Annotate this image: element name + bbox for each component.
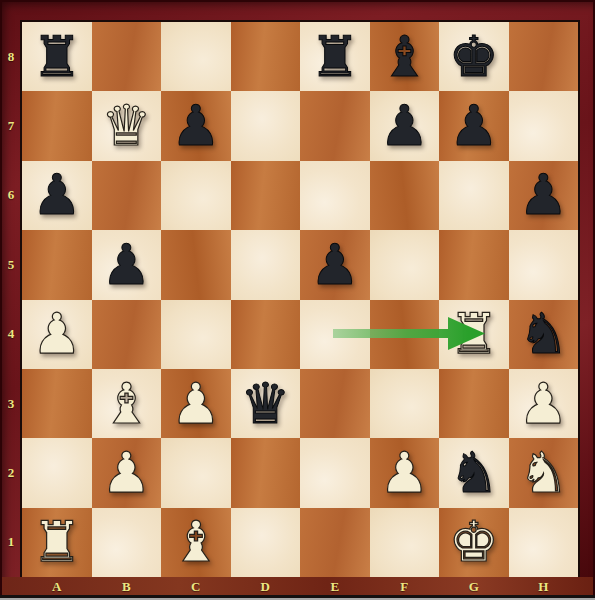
square-h5[interactable] bbox=[509, 230, 579, 299]
board-border: ♜♜♝♚♛♟♟♟♟♟♟♟♟♜♞♝♟♛♟♟♟♞♞♜♝♚ bbox=[22, 22, 578, 577]
piece-white-rook-g4: ♜ bbox=[449, 306, 499, 362]
square-h7[interactable] bbox=[509, 91, 579, 160]
square-b3[interactable]: ♝ bbox=[92, 369, 162, 438]
square-e3[interactable] bbox=[300, 369, 370, 438]
square-g3[interactable] bbox=[439, 369, 509, 438]
square-h4[interactable]: ♞ bbox=[509, 300, 579, 369]
square-e6[interactable] bbox=[300, 161, 370, 230]
square-f2[interactable]: ♟ bbox=[370, 438, 440, 507]
piece-white-pawn-h3: ♟ bbox=[518, 376, 568, 432]
file-label-g: G bbox=[439, 578, 509, 595]
square-a8[interactable]: ♜ bbox=[22, 22, 92, 91]
square-c1[interactable]: ♝ bbox=[161, 508, 231, 577]
square-b7[interactable]: ♛ bbox=[92, 91, 162, 160]
chess-diagram-frame: ♜♜♝♚♛♟♟♟♟♟♟♟♟♜♞♝♟♛♟♟♟♞♞♜♝♚ 87654321 ABCD… bbox=[0, 0, 595, 600]
piece-black-pawn-h6: ♟ bbox=[518, 167, 568, 223]
square-a5[interactable] bbox=[22, 230, 92, 299]
square-f3[interactable] bbox=[370, 369, 440, 438]
piece-white-knight-h2: ♞ bbox=[518, 445, 568, 501]
piece-white-pawn-a4: ♟ bbox=[32, 306, 82, 362]
piece-black-bishop-f8: ♝ bbox=[379, 29, 429, 85]
square-b6[interactable] bbox=[92, 161, 162, 230]
square-c5[interactable] bbox=[161, 230, 231, 299]
square-e2[interactable] bbox=[300, 438, 370, 507]
piece-black-pawn-a6: ♟ bbox=[32, 167, 82, 223]
square-f6[interactable] bbox=[370, 161, 440, 230]
rank-label-4: 4 bbox=[0, 300, 22, 369]
file-label-f: F bbox=[370, 578, 440, 595]
square-h1[interactable] bbox=[509, 508, 579, 577]
square-a3[interactable] bbox=[22, 369, 92, 438]
piece-white-king-g1: ♚ bbox=[449, 514, 499, 570]
file-label-c: C bbox=[161, 578, 231, 595]
square-e4[interactable] bbox=[300, 300, 370, 369]
square-c6[interactable] bbox=[161, 161, 231, 230]
rank-label-5: 5 bbox=[0, 230, 22, 299]
piece-white-pawn-f2: ♟ bbox=[379, 445, 429, 501]
square-b4[interactable] bbox=[92, 300, 162, 369]
rank-label-8: 8 bbox=[0, 22, 22, 91]
piece-white-bishop-c1: ♝ bbox=[171, 514, 221, 570]
piece-black-queen-d3: ♛ bbox=[240, 376, 290, 432]
square-d3[interactable]: ♛ bbox=[231, 369, 301, 438]
square-b8[interactable] bbox=[92, 22, 162, 91]
file-label-b: B bbox=[92, 578, 162, 595]
square-g8[interactable]: ♚ bbox=[439, 22, 509, 91]
piece-white-bishop-b3: ♝ bbox=[101, 376, 151, 432]
square-c7[interactable]: ♟ bbox=[161, 91, 231, 160]
piece-black-rook-a8: ♜ bbox=[32, 29, 82, 85]
piece-white-pawn-b2: ♟ bbox=[101, 445, 151, 501]
square-d8[interactable] bbox=[231, 22, 301, 91]
chess-board: ♜♜♝♚♛♟♟♟♟♟♟♟♟♜♞♝♟♛♟♟♟♞♞♜♝♚ bbox=[22, 22, 578, 577]
file-label-e: E bbox=[300, 578, 370, 595]
piece-black-knight-g2: ♞ bbox=[449, 445, 499, 501]
square-e7[interactable] bbox=[300, 91, 370, 160]
square-c2[interactable] bbox=[161, 438, 231, 507]
square-f8[interactable]: ♝ bbox=[370, 22, 440, 91]
square-f4[interactable] bbox=[370, 300, 440, 369]
square-a6[interactable]: ♟ bbox=[22, 161, 92, 230]
rank-label-2: 2 bbox=[0, 438, 22, 507]
square-a2[interactable] bbox=[22, 438, 92, 507]
piece-white-pawn-c3: ♟ bbox=[171, 376, 221, 432]
piece-black-king-g8: ♚ bbox=[449, 29, 499, 85]
square-g6[interactable] bbox=[439, 161, 509, 230]
rank-label-1: 1 bbox=[0, 508, 22, 577]
square-f7[interactable]: ♟ bbox=[370, 91, 440, 160]
piece-white-rook-a1: ♜ bbox=[32, 514, 82, 570]
square-d2[interactable] bbox=[231, 438, 301, 507]
piece-black-pawn-f7: ♟ bbox=[379, 98, 429, 154]
piece-black-rook-e8: ♜ bbox=[310, 29, 360, 85]
square-b1[interactable] bbox=[92, 508, 162, 577]
file-label-d: D bbox=[231, 578, 301, 595]
square-a7[interactable] bbox=[22, 91, 92, 160]
square-g5[interactable] bbox=[439, 230, 509, 299]
piece-black-pawn-b5: ♟ bbox=[101, 237, 151, 293]
square-e8[interactable]: ♜ bbox=[300, 22, 370, 91]
square-g1[interactable]: ♚ bbox=[439, 508, 509, 577]
square-f1[interactable] bbox=[370, 508, 440, 577]
square-d4[interactable] bbox=[231, 300, 301, 369]
square-g7[interactable]: ♟ bbox=[439, 91, 509, 160]
square-g4[interactable]: ♜ bbox=[439, 300, 509, 369]
piece-black-pawn-g7: ♟ bbox=[449, 98, 499, 154]
rank-label-7: 7 bbox=[0, 91, 22, 160]
rank-label-6: 6 bbox=[0, 161, 22, 230]
square-e5[interactable]: ♟ bbox=[300, 230, 370, 299]
square-f5[interactable] bbox=[370, 230, 440, 299]
square-d1[interactable] bbox=[231, 508, 301, 577]
square-d5[interactable] bbox=[231, 230, 301, 299]
square-e1[interactable] bbox=[300, 508, 370, 577]
square-b5[interactable]: ♟ bbox=[92, 230, 162, 299]
square-a4[interactable]: ♟ bbox=[22, 300, 92, 369]
square-c3[interactable]: ♟ bbox=[161, 369, 231, 438]
square-c8[interactable] bbox=[161, 22, 231, 91]
piece-black-knight-h4: ♞ bbox=[518, 306, 568, 362]
square-h6[interactable]: ♟ bbox=[509, 161, 579, 230]
piece-black-pawn-e5: ♟ bbox=[310, 237, 360, 293]
file-label-h: H bbox=[509, 578, 579, 595]
file-label-a: A bbox=[22, 578, 92, 595]
rank-label-3: 3 bbox=[0, 369, 22, 438]
square-d6[interactable] bbox=[231, 161, 301, 230]
square-h8[interactable] bbox=[509, 22, 579, 91]
square-d7[interactable] bbox=[231, 91, 301, 160]
square-h2[interactable]: ♞ bbox=[509, 438, 579, 507]
piece-black-pawn-c7: ♟ bbox=[171, 98, 221, 154]
square-c4[interactable] bbox=[161, 300, 231, 369]
square-a1[interactable]: ♜ bbox=[22, 508, 92, 577]
square-h3[interactable]: ♟ bbox=[509, 369, 579, 438]
piece-white-queen-b7: ♛ bbox=[101, 98, 151, 154]
square-g2[interactable]: ♞ bbox=[439, 438, 509, 507]
square-b2[interactable]: ♟ bbox=[92, 438, 162, 507]
